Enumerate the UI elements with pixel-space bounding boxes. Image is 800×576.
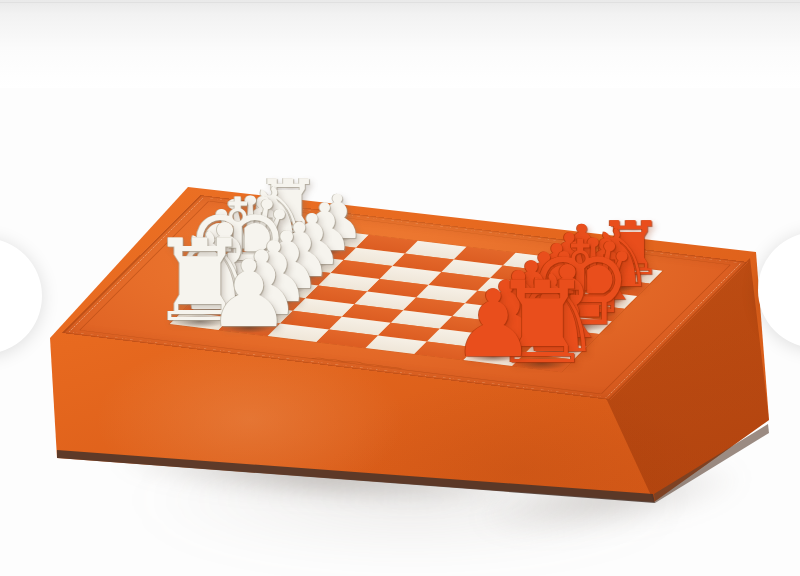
board-square-dark bbox=[182, 299, 244, 318]
board-square-light bbox=[441, 259, 503, 278]
board-square-light bbox=[489, 322, 551, 341]
board-square-dark bbox=[331, 260, 393, 279]
board-square-light bbox=[405, 241, 467, 260]
board-square-light bbox=[525, 341, 587, 360]
board-square-dark bbox=[512, 353, 574, 372]
board-square-light bbox=[220, 261, 282, 280]
board-square-dark bbox=[429, 272, 491, 291]
board-square-dark bbox=[465, 291, 527, 310]
board-square-dark bbox=[440, 316, 502, 335]
board-square-dark bbox=[219, 317, 281, 336]
board-square-dark bbox=[392, 253, 454, 272]
board-square-dark bbox=[269, 267, 331, 286]
board-square-light bbox=[282, 254, 344, 273]
board-square-dark bbox=[454, 247, 516, 266]
board-square-light bbox=[427, 329, 489, 348]
board-square-dark bbox=[588, 277, 650, 296]
board-square-light bbox=[246, 236, 308, 255]
board-square-dark bbox=[280, 311, 342, 330]
board-square-light bbox=[318, 273, 380, 292]
board-square-dark bbox=[476, 335, 538, 354]
board-square-light bbox=[478, 278, 540, 297]
board-square-light bbox=[365, 335, 427, 354]
board-square-dark bbox=[208, 273, 270, 292]
board-square-dark bbox=[306, 285, 368, 304]
board-square-light bbox=[391, 310, 453, 329]
board-square-light bbox=[170, 311, 232, 330]
board-square-light bbox=[380, 266, 442, 285]
background-top-hairline bbox=[0, 2, 800, 3]
carousel-prev-button[interactable] bbox=[0, 238, 42, 354]
board-square-dark bbox=[295, 241, 357, 260]
carousel-next-button[interactable] bbox=[758, 232, 800, 348]
board-square-light bbox=[550, 315, 612, 334]
board-square-light bbox=[293, 298, 355, 317]
board-square-light bbox=[503, 253, 565, 272]
board-square-light bbox=[231, 305, 293, 324]
board-square-light bbox=[344, 247, 406, 266]
board-square-dark bbox=[403, 297, 465, 316]
board-square-light bbox=[329, 317, 391, 336]
board-square-dark bbox=[317, 329, 379, 348]
board-square-dark bbox=[378, 323, 440, 342]
board-square-dark bbox=[538, 328, 600, 347]
board-square-light bbox=[463, 347, 525, 366]
board-square-dark bbox=[414, 341, 476, 360]
board-square-light bbox=[514, 297, 576, 316]
board-square-light bbox=[539, 271, 601, 290]
board-square-light bbox=[195, 286, 257, 305]
board-square-dark bbox=[367, 279, 429, 298]
board-square-light bbox=[416, 285, 478, 304]
product-photo-stage: ♜♟♜♟♞♟♞♟♝♟♝♟♛♟♛♟♚♟♚♟♝♟♝♟♞♟♞♟♜♟♜♟ bbox=[0, 0, 800, 576]
background-top-fade bbox=[0, 0, 800, 88]
board-square-light bbox=[268, 323, 330, 342]
board-square-dark bbox=[356, 235, 418, 254]
board-square-light bbox=[452, 303, 514, 322]
board-square-dark bbox=[258, 223, 320, 242]
board-square-dark bbox=[501, 309, 563, 328]
chessboard bbox=[170, 223, 663, 372]
board-square-dark bbox=[244, 292, 306, 311]
board-square-light bbox=[307, 229, 369, 248]
board-square-light bbox=[601, 265, 663, 284]
board-square-light bbox=[257, 279, 319, 298]
board-square-dark bbox=[563, 303, 625, 322]
board-square-light bbox=[355, 291, 417, 310]
board-square-dark bbox=[527, 284, 589, 303]
board-square-dark bbox=[233, 248, 295, 267]
board-square-light bbox=[576, 290, 638, 309]
board-square-dark bbox=[490, 265, 552, 284]
board-square-dark bbox=[342, 304, 404, 323]
board-square-dark bbox=[552, 259, 614, 278]
